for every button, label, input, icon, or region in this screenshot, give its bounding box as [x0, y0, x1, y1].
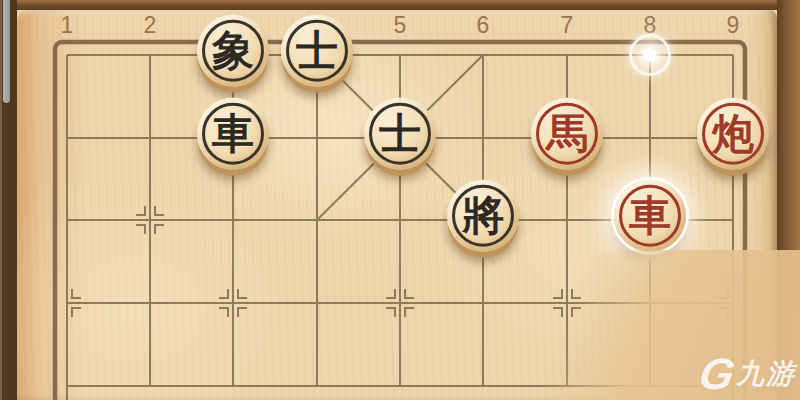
table-edge-right — [777, 0, 800, 400]
piece-glyph: 將 — [447, 180, 519, 252]
piece-glyph: 車 — [197, 98, 269, 170]
piece-face: 馬 — [531, 98, 603, 170]
piece-red-horse[interactable]: 馬 — [531, 98, 603, 170]
table-edge-left — [0, 0, 17, 400]
piece-face: 象 — [197, 15, 269, 87]
piece-glyph: 士 — [364, 98, 436, 170]
piece-black-advisor[interactable]: 士 — [364, 98, 436, 170]
column-label-6: 6 — [477, 14, 490, 37]
game-screen: 123456789 象士車士馬炮將車 G 九游 — [0, 0, 800, 400]
jiuyou-watermark: G 九游 — [700, 352, 796, 396]
piece-glyph: 士 — [281, 15, 353, 87]
piece-red-chariot[interactable]: 車 — [614, 180, 686, 252]
piece-black-elephant[interactable]: 象 — [197, 15, 269, 87]
last-move-origin-marker — [629, 34, 671, 76]
piece-glyph: 象 — [197, 15, 269, 87]
piece-face: 炮 — [697, 98, 769, 170]
piece-glyph: 炮 — [697, 98, 769, 170]
scrollbar-remnant — [3, 0, 10, 103]
piece-black-advisor[interactable]: 士 — [281, 15, 353, 87]
piece-face: 將 — [447, 180, 519, 252]
column-label-9: 9 — [727, 14, 740, 37]
jiuyou-logo-icon: G — [696, 352, 738, 396]
piece-face: 車 — [614, 180, 686, 252]
table-edge-top — [0, 0, 800, 10]
column-label-2: 2 — [144, 14, 157, 37]
piece-face: 士 — [364, 98, 436, 170]
column-label-7: 7 — [561, 14, 574, 37]
column-label-1: 1 — [61, 14, 74, 37]
column-label-5: 5 — [394, 14, 407, 37]
piece-black-chariot[interactable]: 車 — [197, 98, 269, 170]
piece-face: 車 — [197, 98, 269, 170]
piece-glyph: 車 — [614, 180, 686, 252]
piece-glyph: 馬 — [531, 98, 603, 170]
piece-face: 士 — [281, 15, 353, 87]
piece-black-general[interactable]: 將 — [447, 180, 519, 252]
piece-red-cannon[interactable]: 炮 — [697, 98, 769, 170]
jiuyou-watermark-text: 九游 — [736, 360, 796, 388]
